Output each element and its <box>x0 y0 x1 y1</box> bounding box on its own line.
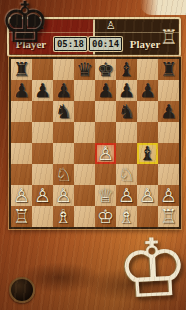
square-c6[interactable]: ♞ <box>53 101 74 122</box>
piece-white-pawn[interactable]: ♙ <box>95 143 116 164</box>
square-h2[interactable]: ♙ <box>158 185 179 206</box>
square-a4[interactable] <box>11 143 32 164</box>
square-b7[interactable]: ♟ <box>32 80 53 101</box>
right-player-clock: 00:14 <box>89 37 122 51</box>
piece-white-pawn[interactable]: ♙ <box>116 185 137 206</box>
piece-black-pawn[interactable]: ♟ <box>53 80 74 101</box>
square-f2[interactable]: ♙ <box>116 185 137 206</box>
app-screen: ♟ ♙ Player 05:18 00:14 Player ♖ ♚ ♜♛♚♝♜♟… <box>0 0 186 310</box>
piece-white-rook[interactable]: ♖ <box>11 206 32 227</box>
square-h3[interactable] <box>158 164 179 185</box>
square-c5[interactable] <box>53 122 74 143</box>
square-d6[interactable] <box>74 101 95 122</box>
background-scroll-decor <box>140 0 186 15</box>
square-f3[interactable]: ♘ <box>116 164 137 185</box>
square-d7[interactable] <box>74 80 95 101</box>
square-g5[interactable] <box>137 122 158 143</box>
square-f8[interactable]: ♝ <box>116 59 137 80</box>
square-e5[interactable] <box>95 122 116 143</box>
piece-black-pawn[interactable]: ♟ <box>11 80 32 101</box>
square-d8[interactable]: ♛ <box>74 59 95 80</box>
square-c2[interactable]: ♙ <box>53 185 74 206</box>
square-e6[interactable] <box>95 101 116 122</box>
square-a6[interactable] <box>11 101 32 122</box>
square-g4[interactable]: ♝ <box>137 143 158 164</box>
square-b3[interactable] <box>32 164 53 185</box>
square-e1[interactable]: ♔ <box>95 206 116 227</box>
square-d4[interactable] <box>74 143 95 164</box>
piece-black-knight[interactable]: ♞ <box>53 101 74 122</box>
square-d1[interactable] <box>74 206 95 227</box>
square-d5[interactable] <box>74 122 95 143</box>
piece-black-knight[interactable]: ♞ <box>116 101 137 122</box>
square-e7[interactable]: ♟ <box>95 80 116 101</box>
square-a3[interactable] <box>11 164 32 185</box>
piece-black-bishop[interactable]: ♝ <box>137 143 158 164</box>
white-king-statue-decor: ♔ <box>115 226 186 310</box>
square-g3[interactable] <box>137 164 158 185</box>
square-h5[interactable] <box>158 122 179 143</box>
piece-white-knight[interactable]: ♘ <box>116 164 137 185</box>
piece-white-king[interactable]: ♔ <box>95 206 116 227</box>
left-player-clock: 05:18 <box>54 37 87 51</box>
square-a7[interactable]: ♟ <box>11 80 32 101</box>
piece-black-bishop[interactable]: ♝ <box>116 59 137 80</box>
square-h6[interactable]: ♟ <box>158 101 179 122</box>
square-e4[interactable]: ♙ <box>95 143 116 164</box>
square-e8[interactable]: ♚ <box>95 59 116 80</box>
square-h4[interactable] <box>158 143 179 164</box>
square-f7[interactable]: ♟ <box>116 80 137 101</box>
square-e3[interactable] <box>95 164 116 185</box>
piece-black-queen[interactable]: ♛ <box>74 59 95 80</box>
square-e2[interactable]: ♕ <box>95 185 116 206</box>
square-f5[interactable] <box>116 122 137 143</box>
square-c1[interactable]: ♗ <box>53 206 74 227</box>
square-c7[interactable]: ♟ <box>53 80 74 101</box>
piece-white-bishop[interactable]: ♗ <box>53 206 74 227</box>
square-h7[interactable] <box>158 80 179 101</box>
square-a5[interactable] <box>11 122 32 143</box>
chess-board: ♜♛♚♝♜♟♟♟♟♟♟♞♞♟♙♝♘♘♙♙♙♕♙♙♙♖♗♔♗♖ <box>9 57 181 229</box>
medallion-decor <box>9 277 35 303</box>
square-f4[interactable] <box>116 143 137 164</box>
piece-white-pawn[interactable]: ♙ <box>11 185 32 206</box>
square-g6[interactable] <box>137 101 158 122</box>
piece-black-pawn[interactable]: ♟ <box>32 80 53 101</box>
white-rook-icon: ♖ <box>160 22 178 52</box>
piece-black-king[interactable]: ♚ <box>95 59 116 80</box>
piece-white-pawn[interactable]: ♙ <box>158 185 179 206</box>
captured-white-pawn-icon: ♙ <box>106 19 116 32</box>
square-g8[interactable] <box>137 59 158 80</box>
square-h8[interactable]: ♜ <box>158 59 179 80</box>
piece-black-pawn[interactable]: ♟ <box>158 101 179 122</box>
piece-black-pawn[interactable]: ♟ <box>116 80 137 101</box>
square-g7[interactable]: ♟ <box>137 80 158 101</box>
square-b5[interactable] <box>32 122 53 143</box>
square-f6[interactable]: ♞ <box>116 101 137 122</box>
piece-black-rook[interactable]: ♜ <box>158 59 179 80</box>
square-g2[interactable]: ♙ <box>137 185 158 206</box>
square-a2[interactable]: ♙ <box>11 185 32 206</box>
piece-black-rook[interactable]: ♜ <box>11 59 32 80</box>
piece-white-queen[interactable]: ♕ <box>95 185 116 206</box>
square-c3[interactable]: ♘ <box>53 164 74 185</box>
square-c8[interactable] <box>53 59 74 80</box>
square-d2[interactable] <box>74 185 95 206</box>
piece-black-pawn[interactable]: ♟ <box>137 80 158 101</box>
piece-white-pawn[interactable]: ♙ <box>53 185 74 206</box>
black-king-statue-decor: ♚ <box>0 0 50 54</box>
square-b1[interactable] <box>32 206 53 227</box>
piece-white-knight[interactable]: ♘ <box>53 164 74 185</box>
square-d3[interactable] <box>74 164 95 185</box>
square-b4[interactable] <box>32 143 53 164</box>
piece-black-pawn[interactable]: ♟ <box>95 80 116 101</box>
square-a8[interactable]: ♜ <box>11 59 32 80</box>
piece-white-pawn[interactable]: ♙ <box>32 185 53 206</box>
square-b2[interactable]: ♙ <box>32 185 53 206</box>
square-b8[interactable] <box>32 59 53 80</box>
piece-white-pawn[interactable]: ♙ <box>137 185 158 206</box>
square-b6[interactable] <box>32 101 53 122</box>
square-c4[interactable] <box>53 143 74 164</box>
square-a1[interactable]: ♖ <box>11 206 32 227</box>
